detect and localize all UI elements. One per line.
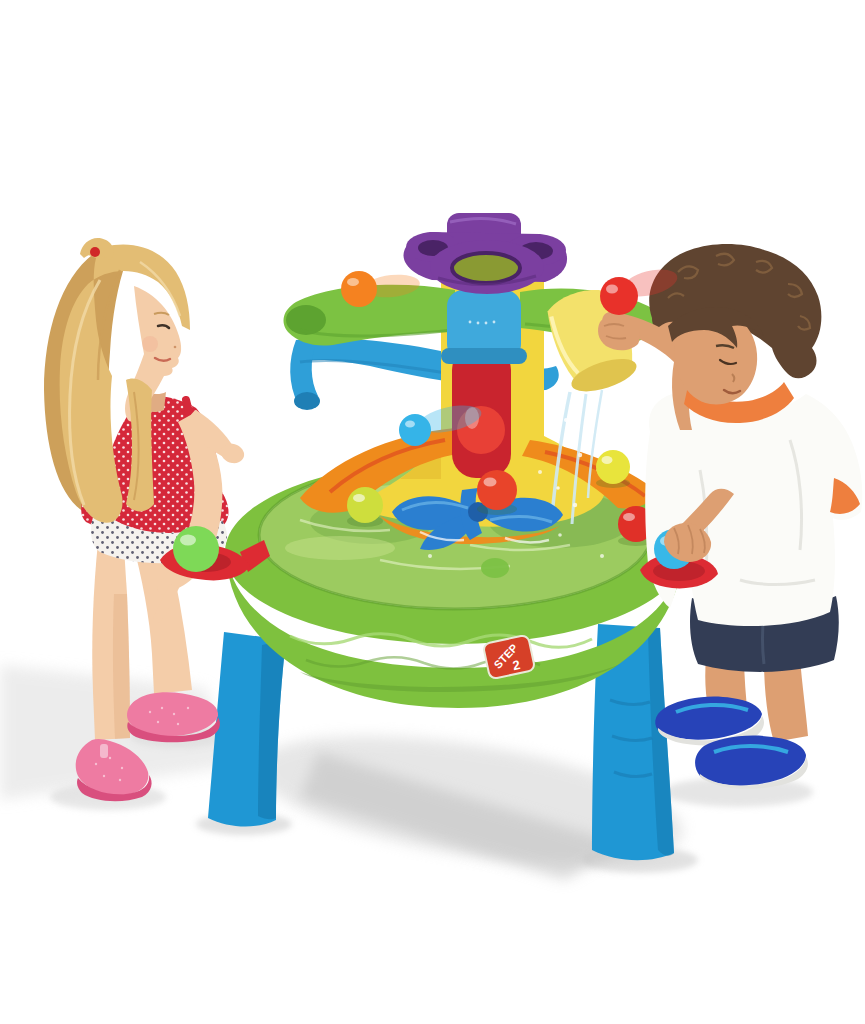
- ball-yellowgreen-basin: [347, 487, 383, 527]
- ball-red-center: [477, 470, 517, 515]
- boy-shoe-far: [695, 736, 808, 789]
- funnel-hole: [452, 253, 520, 283]
- boy-shirt: [645, 394, 862, 626]
- girl-hair-tie: [90, 247, 100, 257]
- ball-green-highlight: [180, 535, 196, 546]
- photo-stage: Studio product photo: a blonde toddler g…: [0, 0, 865, 1024]
- girl-cheek-blush: [142, 336, 158, 352]
- ball-green-on-launcher: [173, 526, 219, 572]
- ball-green-submerged: [481, 558, 509, 578]
- girl-shoe-tab: [100, 744, 108, 758]
- ball-yellow-right: [596, 450, 630, 488]
- girl-hand-on-rim: [221, 443, 244, 463]
- tower-collar: [441, 290, 527, 364]
- girl-nostril: [174, 346, 177, 349]
- purple-funnel: [404, 213, 568, 294]
- scene-canvas: Studio product photo: a blonde toddler g…: [0, 0, 865, 1024]
